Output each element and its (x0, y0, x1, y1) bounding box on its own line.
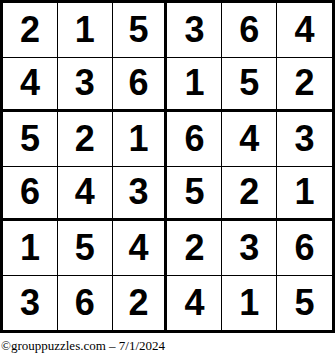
sudoku-cell-r6c3: 2 (113, 276, 168, 331)
sudoku-cell-r2c1: 4 (3, 58, 58, 113)
sudoku-cell-r6c5: 1 (222, 276, 277, 331)
sudoku-cell-r1c2: 1 (58, 3, 113, 58)
sudoku-cell-r5c5: 3 (222, 221, 277, 276)
sudoku-cell-r2c2: 3 (58, 58, 113, 113)
sudoku-cell-r4c2: 4 (58, 167, 113, 222)
sudoku-cell-r2c3: 6 (113, 58, 168, 113)
sudoku-cell-r5c4: 2 (167, 221, 222, 276)
sudoku-cell-r5c1: 1 (3, 221, 58, 276)
sudoku-cell-r1c1: 2 (3, 3, 58, 58)
sudoku-board: 2 1 5 3 6 4 4 3 6 1 5 2 5 2 1 6 4 3 6 4 … (0, 0, 335, 333)
sudoku-cell-r2c6: 2 (277, 58, 332, 113)
sudoku-cell-r1c4: 3 (167, 3, 222, 58)
sudoku-cell-r6c4: 4 (167, 276, 222, 331)
sudoku-cell-r6c2: 6 (58, 276, 113, 331)
sudoku-cell-r5c2: 5 (58, 221, 113, 276)
sudoku-cell-r1c6: 4 (277, 3, 332, 58)
sudoku-cell-r1c3: 5 (113, 3, 168, 58)
sudoku-cell-r3c3: 1 (113, 112, 168, 167)
sudoku-cell-r4c3: 3 (113, 167, 168, 222)
sudoku-cell-r3c6: 3 (277, 112, 332, 167)
sudoku-cell-r5c6: 6 (277, 221, 332, 276)
sudoku-cell-r5c3: 4 (113, 221, 168, 276)
sudoku-cell-r4c5: 2 (222, 167, 277, 222)
sudoku-cell-r4c1: 6 (3, 167, 58, 222)
sudoku-cell-r2c5: 5 (222, 58, 277, 113)
copyright-footer: ©grouppuzzles.com – 7/1/2024 (0, 333, 335, 354)
sudoku-cell-r1c5: 6 (222, 3, 277, 58)
sudoku-cell-r6c1: 3 (3, 276, 58, 331)
sudoku-cell-r3c1: 5 (3, 112, 58, 167)
sudoku-cell-r6c6: 5 (277, 276, 332, 331)
sudoku-cell-r4c6: 1 (277, 167, 332, 222)
sudoku-cell-r3c4: 6 (167, 112, 222, 167)
sudoku-cell-r4c4: 5 (167, 167, 222, 222)
sudoku-cell-r3c2: 2 (58, 112, 113, 167)
sudoku-cell-r2c4: 1 (167, 58, 222, 113)
sudoku-cell-r3c5: 4 (222, 112, 277, 167)
